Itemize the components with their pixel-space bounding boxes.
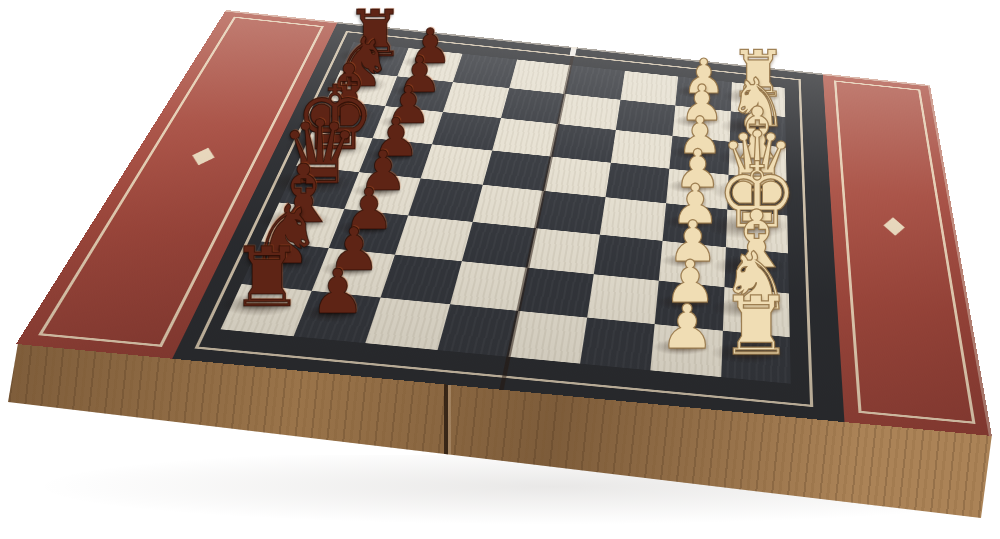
square-g4 (518, 268, 593, 317)
square-f4 (527, 228, 599, 274)
piece-dark-P-h7: ♟ (310, 262, 365, 324)
square-f5 (461, 222, 536, 268)
square-g6 (381, 255, 462, 304)
square-f6 (395, 215, 472, 261)
square-e3 (599, 197, 666, 240)
square-h6 (365, 297, 449, 350)
piece-dark-R-h8: ♜ (230, 237, 304, 320)
right-red-panel (823, 74, 992, 436)
square-f3 (593, 234, 662, 280)
square-e6 (408, 178, 482, 221)
product-photo: ♜♞♝♚♛♝♞♜♟♟♟♟♟♟♟♟♟♟♟♟♟♟♟♟♜♞♝♛♚♝♞♜ (0, 0, 1000, 539)
square-h5 (437, 304, 518, 357)
piece-light-R-h1: ♜ (720, 285, 793, 366)
piece-light-P-h2: ♟ (660, 296, 715, 357)
square-h4 (508, 311, 586, 364)
square-e4 (536, 191, 605, 234)
right-panel-pinstripe (834, 80, 976, 424)
square-g5 (450, 261, 528, 310)
square-g3 (587, 274, 659, 324)
square-h3 (580, 317, 655, 370)
square-e5 (472, 185, 544, 228)
